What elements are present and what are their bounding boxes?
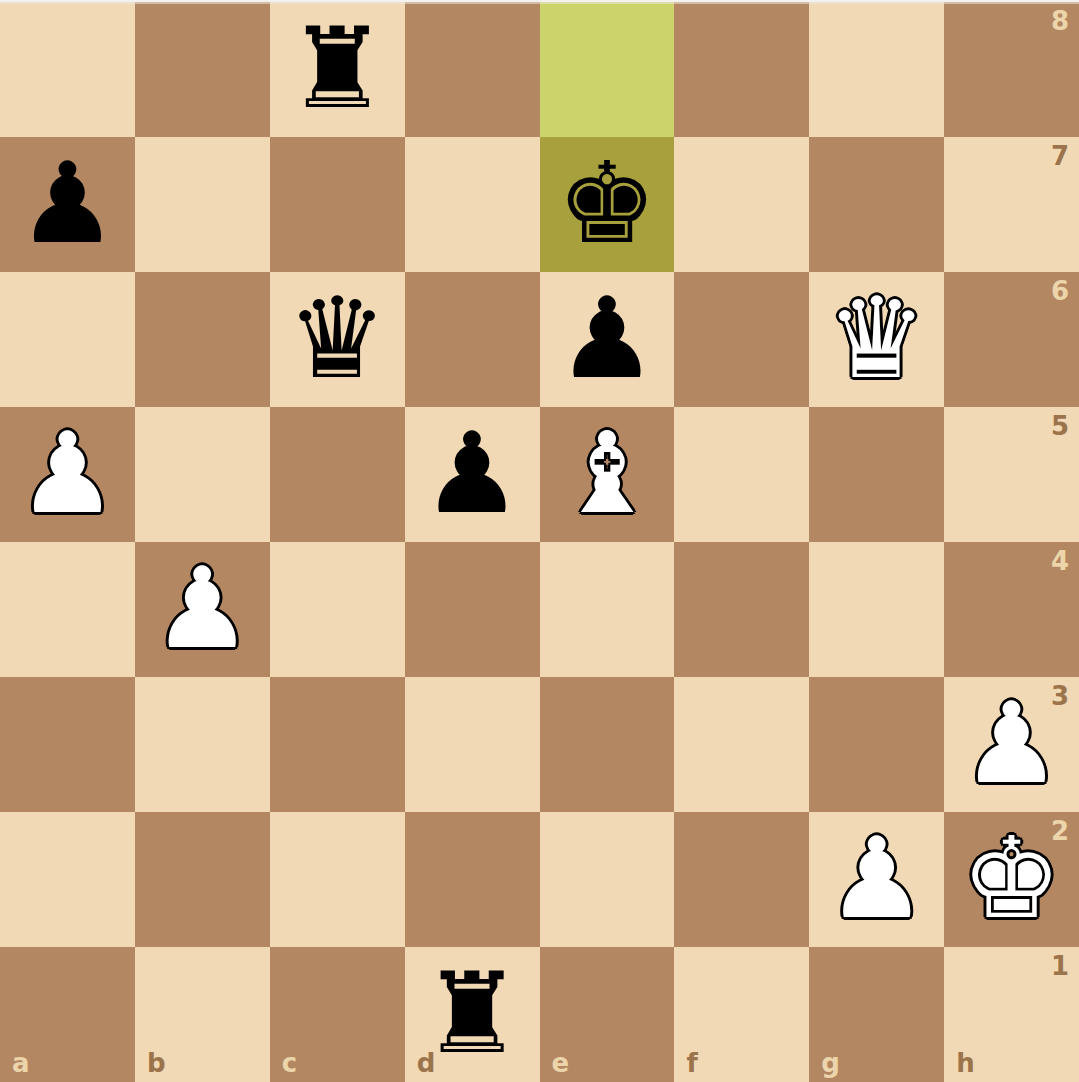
white-queen[interactable]: ♛ bbox=[826, 282, 926, 394]
white-pawn[interactable]: ♟ bbox=[961, 687, 1061, 799]
square-g4[interactable] bbox=[809, 542, 944, 677]
square-h7[interactable]: 7 bbox=[944, 137, 1079, 272]
square-a4[interactable] bbox=[0, 542, 135, 677]
black-rook[interactable]: ♜ bbox=[422, 957, 522, 1069]
square-b2[interactable] bbox=[135, 812, 270, 947]
square-c8[interactable]: ♜ bbox=[270, 2, 405, 137]
black-pawn[interactable]: ♟ bbox=[557, 282, 657, 394]
square-b6[interactable] bbox=[135, 272, 270, 407]
square-g6[interactable]: ♛ bbox=[809, 272, 944, 407]
square-h5[interactable]: 5 bbox=[944, 407, 1079, 542]
square-e7[interactable]: ♚ bbox=[540, 137, 675, 272]
black-pawn[interactable]: ♟ bbox=[17, 147, 117, 259]
square-a5[interactable]: ♟ bbox=[0, 407, 135, 542]
square-f4[interactable] bbox=[674, 542, 809, 677]
black-rook[interactable]: ♜ bbox=[287, 12, 387, 124]
square-b4[interactable]: ♟ bbox=[135, 542, 270, 677]
square-c1[interactable]: c bbox=[270, 947, 405, 1082]
square-c5[interactable] bbox=[270, 407, 405, 542]
square-e1[interactable]: e bbox=[540, 947, 675, 1082]
white-pawn[interactable]: ♟ bbox=[152, 552, 252, 664]
white-pawn[interactable]: ♟ bbox=[826, 822, 926, 934]
square-c4[interactable] bbox=[270, 542, 405, 677]
square-e8[interactable] bbox=[540, 2, 675, 137]
file-label-a: a bbox=[12, 1050, 30, 1076]
square-c2[interactable] bbox=[270, 812, 405, 947]
square-f6[interactable] bbox=[674, 272, 809, 407]
square-b7[interactable] bbox=[135, 137, 270, 272]
square-f2[interactable] bbox=[674, 812, 809, 947]
rank-label-2: 2 bbox=[1051, 818, 1069, 844]
file-label-h: h bbox=[956, 1050, 975, 1076]
black-pawn[interactable]: ♟ bbox=[422, 417, 522, 529]
chess-board[interactable]: ♜8♟♚7♛♟♛6♟♟♝5♟4♟3♟♚2abc♜defgh1 bbox=[0, 2, 1079, 1082]
square-g1[interactable]: g bbox=[809, 947, 944, 1082]
square-h6[interactable]: 6 bbox=[944, 272, 1079, 407]
square-f3[interactable] bbox=[674, 677, 809, 812]
file-label-c: c bbox=[282, 1050, 297, 1076]
rank-label-4: 4 bbox=[1051, 548, 1069, 574]
rank-label-6: 6 bbox=[1051, 278, 1069, 304]
file-label-f: f bbox=[686, 1050, 697, 1076]
file-label-e: e bbox=[552, 1050, 570, 1076]
square-a8[interactable] bbox=[0, 2, 135, 137]
square-h1[interactable]: h1 bbox=[944, 947, 1079, 1082]
square-d2[interactable] bbox=[405, 812, 540, 947]
square-g7[interactable] bbox=[809, 137, 944, 272]
square-a7[interactable]: ♟ bbox=[0, 137, 135, 272]
square-a2[interactable] bbox=[0, 812, 135, 947]
file-label-g: g bbox=[821, 1050, 840, 1076]
rank-label-7: 7 bbox=[1051, 143, 1069, 169]
square-b1[interactable]: b bbox=[135, 947, 270, 1082]
square-e4[interactable] bbox=[540, 542, 675, 677]
square-b3[interactable] bbox=[135, 677, 270, 812]
square-d1[interactable]: ♜d bbox=[405, 947, 540, 1082]
white-pawn[interactable]: ♟ bbox=[17, 417, 117, 529]
square-d4[interactable] bbox=[405, 542, 540, 677]
square-c3[interactable] bbox=[270, 677, 405, 812]
square-c6[interactable]: ♛ bbox=[270, 272, 405, 407]
square-e6[interactable]: ♟ bbox=[540, 272, 675, 407]
rank-label-1: 1 bbox=[1051, 953, 1069, 979]
square-d8[interactable] bbox=[405, 2, 540, 137]
square-e5[interactable]: ♝ bbox=[540, 407, 675, 542]
white-king[interactable]: ♚ bbox=[961, 822, 1061, 934]
square-f7[interactable] bbox=[674, 137, 809, 272]
file-label-d: d bbox=[417, 1050, 436, 1076]
square-d7[interactable] bbox=[405, 137, 540, 272]
square-f5[interactable] bbox=[674, 407, 809, 542]
square-g8[interactable] bbox=[809, 2, 944, 137]
square-e3[interactable] bbox=[540, 677, 675, 812]
square-g2[interactable]: ♟ bbox=[809, 812, 944, 947]
square-d6[interactable] bbox=[405, 272, 540, 407]
rank-label-8: 8 bbox=[1051, 8, 1069, 34]
square-g5[interactable] bbox=[809, 407, 944, 542]
square-d5[interactable]: ♟ bbox=[405, 407, 540, 542]
square-h3[interactable]: ♟3 bbox=[944, 677, 1079, 812]
square-f1[interactable]: f bbox=[674, 947, 809, 1082]
rank-label-5: 5 bbox=[1051, 413, 1069, 439]
file-label-b: b bbox=[147, 1050, 166, 1076]
square-b8[interactable] bbox=[135, 2, 270, 137]
square-h2[interactable]: ♚2 bbox=[944, 812, 1079, 947]
square-d3[interactable] bbox=[405, 677, 540, 812]
square-a6[interactable] bbox=[0, 272, 135, 407]
square-h8[interactable]: 8 bbox=[944, 2, 1079, 137]
black-king[interactable]: ♚ bbox=[557, 147, 657, 259]
chess-app: ♜8♟♚7♛♟♛6♟♟♝5♟4♟3♟♚2abc♜defgh1 bbox=[0, 0, 1079, 1082]
square-b5[interactable] bbox=[135, 407, 270, 542]
white-bishop[interactable]: ♝ bbox=[557, 417, 657, 529]
square-c7[interactable] bbox=[270, 137, 405, 272]
square-f8[interactable] bbox=[674, 2, 809, 137]
square-a1[interactable]: a bbox=[0, 947, 135, 1082]
square-e2[interactable] bbox=[540, 812, 675, 947]
square-g3[interactable] bbox=[809, 677, 944, 812]
rank-label-3: 3 bbox=[1051, 683, 1069, 709]
square-a3[interactable] bbox=[0, 677, 135, 812]
black-queen[interactable]: ♛ bbox=[287, 282, 387, 394]
square-h4[interactable]: 4 bbox=[944, 542, 1079, 677]
